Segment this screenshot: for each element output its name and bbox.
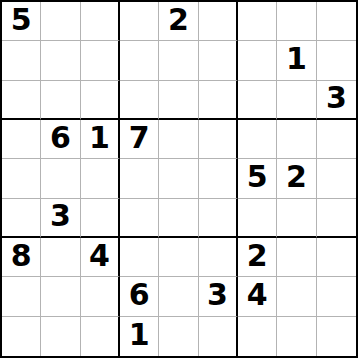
cell-r8c6[interactable]: 3	[199, 277, 238, 316]
cell-r1c7[interactable]	[238, 2, 277, 41]
cell-r8c5[interactable]	[159, 277, 198, 316]
given-digit: 1	[129, 320, 150, 350]
sudoku-board: 52136175238426341	[0, 0, 358, 358]
cell-r6c1[interactable]	[2, 199, 41, 238]
cell-r9c4[interactable]: 1	[120, 317, 159, 356]
cell-r6c6[interactable]	[199, 199, 238, 238]
given-digit: 2	[286, 162, 307, 192]
cell-r2c9[interactable]	[317, 41, 356, 80]
cell-r5c4[interactable]	[120, 159, 159, 198]
cell-r5c2[interactable]	[41, 159, 80, 198]
cell-r1c4[interactable]	[120, 2, 159, 41]
cell-r8c8[interactable]	[277, 277, 316, 316]
cell-r4c4[interactable]: 7	[120, 120, 159, 159]
cell-r9c1[interactable]	[2, 317, 41, 356]
cell-r9c8[interactable]	[277, 317, 316, 356]
given-digit: 2	[247, 241, 268, 271]
given-digit: 4	[89, 241, 110, 271]
cell-r2c7[interactable]	[238, 41, 277, 80]
cell-r8c1[interactable]	[2, 277, 41, 316]
cell-r9c6[interactable]	[199, 317, 238, 356]
cell-r9c2[interactable]	[41, 317, 80, 356]
cell-r9c7[interactable]	[238, 317, 277, 356]
cell-r7c2[interactable]	[41, 238, 80, 277]
cell-r4c5[interactable]	[159, 120, 198, 159]
cell-r7c4[interactable]	[120, 238, 159, 277]
cell-r3c3[interactable]	[81, 81, 120, 120]
cell-r5c7[interactable]: 5	[238, 159, 277, 198]
given-digit: 7	[129, 123, 150, 153]
cell-r1c9[interactable]	[317, 2, 356, 41]
cell-r6c3[interactable]	[81, 199, 120, 238]
given-digit: 1	[89, 123, 110, 153]
cell-r4c8[interactable]	[277, 120, 316, 159]
cell-r4c9[interactable]	[317, 120, 356, 159]
given-digit: 4	[247, 280, 268, 310]
cell-r5c8[interactable]: 2	[277, 159, 316, 198]
cell-r8c9[interactable]	[317, 277, 356, 316]
cell-r2c2[interactable]	[41, 41, 80, 80]
cell-r2c1[interactable]	[2, 41, 41, 80]
cell-r3c4[interactable]	[120, 81, 159, 120]
cell-r5c5[interactable]	[159, 159, 198, 198]
cell-r7c1[interactable]: 8	[2, 238, 41, 277]
cell-r5c9[interactable]	[317, 159, 356, 198]
cell-r1c5[interactable]: 2	[159, 2, 198, 41]
cell-r2c8[interactable]: 1	[277, 41, 316, 80]
cell-r8c4[interactable]: 6	[120, 277, 159, 316]
cell-r4c1[interactable]	[2, 120, 41, 159]
cell-r8c3[interactable]	[81, 277, 120, 316]
cell-r5c3[interactable]	[81, 159, 120, 198]
cell-r6c4[interactable]	[120, 199, 159, 238]
cell-r3c5[interactable]	[159, 81, 198, 120]
given-digit: 3	[207, 280, 228, 310]
given-digit: 1	[286, 44, 307, 74]
cell-r1c1[interactable]: 5	[2, 2, 41, 41]
cell-r4c2[interactable]: 6	[41, 120, 80, 159]
cell-r2c6[interactable]	[199, 41, 238, 80]
given-digit: 8	[11, 241, 32, 271]
cell-r6c9[interactable]	[317, 199, 356, 238]
cell-r7c9[interactable]	[317, 238, 356, 277]
cell-r9c5[interactable]	[159, 317, 198, 356]
cell-r2c4[interactable]	[120, 41, 159, 80]
given-digit: 3	[50, 201, 71, 231]
cell-r1c3[interactable]	[81, 2, 120, 41]
cell-r8c7[interactable]: 4	[238, 277, 277, 316]
cell-r6c2[interactable]: 3	[41, 199, 80, 238]
given-digit: 5	[247, 162, 268, 192]
given-digit: 6	[129, 280, 150, 310]
cell-r4c3[interactable]: 1	[81, 120, 120, 159]
cell-r9c3[interactable]	[81, 317, 120, 356]
cell-r1c6[interactable]	[199, 2, 238, 41]
cell-r8c2[interactable]	[41, 277, 80, 316]
cell-r6c8[interactable]	[277, 199, 316, 238]
cell-r7c6[interactable]	[199, 238, 238, 277]
cell-r3c2[interactable]	[41, 81, 80, 120]
cell-r2c3[interactable]	[81, 41, 120, 80]
cell-r2c5[interactable]	[159, 41, 198, 80]
cell-r6c5[interactable]	[159, 199, 198, 238]
cell-r3c1[interactable]	[2, 81, 41, 120]
cell-r6c7[interactable]	[238, 199, 277, 238]
cell-r5c6[interactable]	[199, 159, 238, 198]
cell-r7c8[interactable]	[277, 238, 316, 277]
given-digit: 3	[326, 83, 347, 113]
given-digit: 2	[168, 5, 189, 35]
cell-r3c8[interactable]	[277, 81, 316, 120]
given-digit: 6	[50, 123, 71, 153]
cell-r1c8[interactable]	[277, 2, 316, 41]
cell-r7c3[interactable]: 4	[81, 238, 120, 277]
cell-r3c7[interactable]	[238, 81, 277, 120]
cell-r4c7[interactable]	[238, 120, 277, 159]
cell-r5c1[interactable]	[2, 159, 41, 198]
cell-r3c6[interactable]	[199, 81, 238, 120]
cell-r1c2[interactable]	[41, 2, 80, 41]
cell-r3c9[interactable]: 3	[317, 81, 356, 120]
given-digit: 5	[11, 5, 32, 35]
cell-r7c5[interactable]	[159, 238, 198, 277]
cell-r4c6[interactable]	[199, 120, 238, 159]
cell-r7c7[interactable]: 2	[238, 238, 277, 277]
cell-r9c9[interactable]	[317, 317, 356, 356]
